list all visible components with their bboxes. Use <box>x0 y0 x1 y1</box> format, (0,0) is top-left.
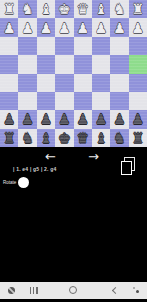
square-b7[interactable]: ♟ <box>110 110 128 128</box>
square-c6[interactable] <box>92 92 110 110</box>
square-e3[interactable] <box>55 37 73 55</box>
piece-wq: ♛ <box>76 0 89 18</box>
square-h6[interactable] <box>0 92 18 110</box>
rotate-control: Rotate <box>3 177 29 188</box>
square-h8[interactable]: ♜ <box>0 129 18 147</box>
square-f4[interactable] <box>37 55 55 73</box>
square-d3[interactable] <box>74 37 92 55</box>
square-f5[interactable] <box>37 74 55 92</box>
square-b3[interactable] <box>110 37 128 55</box>
square-d1[interactable]: ♛ <box>74 0 92 18</box>
piece-wb: ♝ <box>95 0 108 18</box>
square-e5[interactable] <box>55 74 73 92</box>
square-a5[interactable] <box>129 74 147 92</box>
square-e6[interactable] <box>55 92 73 110</box>
piece-wp: ♟ <box>3 19 16 37</box>
square-h7[interactable]: ♟ <box>0 110 18 128</box>
square-b6[interactable] <box>110 92 128 110</box>
piece-wp: ♟ <box>95 19 108 37</box>
blocked-circle-icon[interactable] <box>8 287 15 294</box>
square-e8[interactable]: ♚ <box>55 129 73 147</box>
piece-wb: ♝ <box>40 0 53 18</box>
square-g8[interactable]: ♞ <box>18 129 36 147</box>
home-icon[interactable] <box>69 286 77 294</box>
piece-wn: ♞ <box>21 0 34 18</box>
square-b8[interactable]: ♞ <box>110 129 128 147</box>
piece-wp: ♟ <box>21 19 34 37</box>
piece-wp: ♟ <box>132 19 145 37</box>
copy-button[interactable] <box>121 157 139 176</box>
square-h3[interactable] <box>0 37 18 55</box>
piece-wn: ♞ <box>113 0 126 18</box>
piece-wp: ♟ <box>76 19 89 37</box>
rotate-label: Rotate <box>3 180 16 185</box>
piece-bq: ♛ <box>76 129 89 147</box>
piece-bn: ♞ <box>113 129 126 147</box>
piece-br: ♜ <box>132 129 145 147</box>
copy-icon <box>121 161 132 175</box>
piece-bp: ♟ <box>95 110 108 128</box>
square-d7[interactable]: ♟ <box>74 110 92 128</box>
piece-wr: ♜ <box>3 0 16 18</box>
square-c5[interactable] <box>92 74 110 92</box>
square-g4[interactable] <box>18 55 36 73</box>
drag-dots-icon[interactable] <box>132 286 141 295</box>
next-move-button[interactable]: → <box>88 150 99 163</box>
piece-bp: ♟ <box>113 110 126 128</box>
square-e4[interactable] <box>55 55 73 73</box>
square-e1[interactable]: ♚ <box>55 0 73 18</box>
square-g6[interactable] <box>18 92 36 110</box>
square-a6[interactable] <box>129 92 147 110</box>
piece-wp: ♟ <box>113 19 126 37</box>
android-navbar <box>0 282 147 299</box>
piece-bp: ♟ <box>58 110 71 128</box>
square-d5[interactable] <box>74 74 92 92</box>
piece-bp: ♟ <box>132 110 145 128</box>
piece-bk: ♚ <box>58 129 71 147</box>
control-panel: ← → | 1. e4 | g5 | 2. g4 Rotate <box>0 147 147 282</box>
square-a2[interactable]: ♟ <box>129 18 147 36</box>
square-c3[interactable] <box>92 37 110 55</box>
previous-move-button[interactable]: ← <box>45 150 56 163</box>
square-e7[interactable]: ♟ <box>55 110 73 128</box>
square-g7[interactable]: ♟ <box>18 110 36 128</box>
square-g2[interactable]: ♟ <box>18 18 36 36</box>
square-a3[interactable] <box>129 37 147 55</box>
square-b1[interactable]: ♞ <box>110 0 128 18</box>
square-d2[interactable]: ♟ <box>74 18 92 36</box>
chess-board: ♜♞♝♚♛♝♞♜♟♟♟♟♟♟♟♟♟♟♟♟♟♟♟♟♜♞♝♚♛♝♞♜ <box>0 0 147 147</box>
square-b2[interactable]: ♟ <box>110 18 128 36</box>
square-c7[interactable]: ♟ <box>92 110 110 128</box>
square-a8[interactable]: ♜ <box>129 129 147 147</box>
dot-icon <box>136 290 139 293</box>
square-f8[interactable]: ♝ <box>37 129 55 147</box>
back-icon[interactable] <box>112 287 118 293</box>
square-f7[interactable]: ♟ <box>37 110 55 128</box>
square-g5[interactable] <box>18 74 36 92</box>
piece-bp: ♟ <box>40 110 53 128</box>
square-a4[interactable] <box>129 55 147 73</box>
rotate-toggle[interactable] <box>18 177 29 188</box>
piece-wp: ♟ <box>40 19 53 37</box>
square-h2[interactable]: ♟ <box>0 18 18 36</box>
piece-bp: ♟ <box>21 110 34 128</box>
square-f1[interactable]: ♝ <box>37 0 55 18</box>
square-e2[interactable]: ♟ <box>55 18 73 36</box>
square-d6[interactable] <box>74 92 92 110</box>
square-c8[interactable]: ♝ <box>92 129 110 147</box>
app-screen: ♜♞♝♚♛♝♞♜♟♟♟♟♟♟♟♟♟♟♟♟♟♟♟♟♜♞♝♚♛♝♞♜ ← → | 1… <box>0 0 147 302</box>
square-g3[interactable] <box>18 37 36 55</box>
square-c1[interactable]: ♝ <box>92 0 110 18</box>
square-f3[interactable] <box>37 37 55 55</box>
piece-bp: ♟ <box>76 110 89 128</box>
piece-wk: ♚ <box>58 0 71 18</box>
piece-bn: ♞ <box>21 129 34 147</box>
square-c4[interactable] <box>92 55 110 73</box>
square-d8[interactable]: ♛ <box>74 129 92 147</box>
piece-bp: ♟ <box>3 110 16 128</box>
square-b4[interactable] <box>110 55 128 73</box>
square-d4[interactable] <box>74 55 92 73</box>
square-a1[interactable]: ♜ <box>129 0 147 18</box>
square-g1[interactable]: ♞ <box>18 0 36 18</box>
piece-bb: ♝ <box>95 129 108 147</box>
square-a7[interactable]: ♟ <box>129 110 147 128</box>
piece-wp: ♟ <box>58 19 71 37</box>
piece-br: ♜ <box>3 129 16 147</box>
piece-bb: ♝ <box>40 129 53 147</box>
square-h5[interactable] <box>0 74 18 92</box>
recents-icon[interactable] <box>30 287 38 294</box>
move-list: | 1. e4 | g5 | 2. g4 <box>13 166 57 172</box>
piece-wr: ♜ <box>132 0 145 18</box>
square-f2[interactable]: ♟ <box>37 18 55 36</box>
square-h4[interactable] <box>0 55 18 73</box>
square-h1[interactable]: ♜ <box>0 0 18 18</box>
dot-icon <box>133 287 135 289</box>
square-f6[interactable] <box>37 92 55 110</box>
square-c2[interactable]: ♟ <box>92 18 110 36</box>
square-b5[interactable] <box>110 74 128 92</box>
